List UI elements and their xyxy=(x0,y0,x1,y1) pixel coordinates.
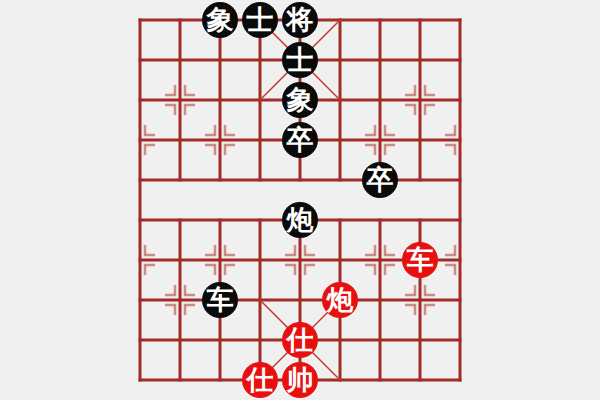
piece-red-general[interactable]: 帅 xyxy=(282,362,318,398)
piece-black-cannon[interactable]: 炮 xyxy=(282,202,318,238)
piece-red-cannon[interactable]: 炮 xyxy=(322,282,358,318)
piece-black-chariot[interactable]: 车 xyxy=(202,282,238,318)
piece-black-general[interactable]: 将 xyxy=(282,2,318,38)
piece-red-advisor[interactable]: 仕 xyxy=(282,322,318,358)
xiangqi-app: 象士将士象卒卒炮车车炮仕仕帅 xyxy=(0,0,600,400)
piece-red-chariot[interactable]: 车 xyxy=(402,242,438,278)
piece-black-pawn[interactable]: 卒 xyxy=(282,122,318,158)
piece-black-advisor[interactable]: 士 xyxy=(282,42,318,78)
piece-black-pawn[interactable]: 卒 xyxy=(362,162,398,198)
piece-black-elephant[interactable]: 象 xyxy=(202,2,238,38)
piece-black-advisor[interactable]: 士 xyxy=(242,2,278,38)
piece-red-advisor[interactable]: 仕 xyxy=(242,362,278,398)
piece-black-elephant[interactable]: 象 xyxy=(282,82,318,118)
xiangqi-board[interactable]: 象士将士象卒卒炮车车炮仕仕帅 xyxy=(120,0,480,400)
